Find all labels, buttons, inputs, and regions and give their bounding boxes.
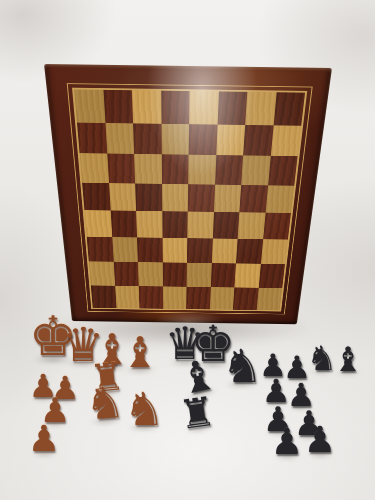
chess-piece-wood-knight: ♞ [84, 380, 126, 427]
piece-groups: ♚♛♝♝♜♞♞♟♟♟♟♛♚♞♝♜♞♝♟♟♟♟♟♟♟♟ [0, 0, 375, 500]
chess-piece-black-knight: ♞ [221, 343, 262, 389]
chess-piece-wood-knight: ♞ [123, 386, 164, 432]
chess-piece-black-pawn: ♟ [271, 424, 303, 460]
chess-piece-wood-bishop: ♝ [121, 332, 159, 374]
chess-piece-black-pawn: ♟ [304, 422, 336, 458]
chess-piece-black-rook: ♜ [176, 390, 217, 435]
photo-scene: ♚♛♝♝♜♞♞♟♟♟♟♛♚♞♝♜♞♝♟♟♟♟♟♟♟♟ [0, 0, 375, 500]
chess-piece-black-bishop: ♝ [333, 342, 363, 376]
chess-piece-wood-pawn: ♟ [28, 421, 60, 457]
